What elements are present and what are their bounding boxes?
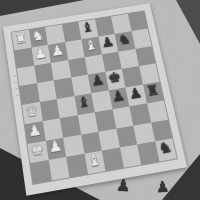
piece-white-pawn: ♟ (47, 138, 63, 155)
piece-black-pawn: ♟ (90, 73, 106, 89)
piece-black-king: ♚ (107, 70, 123, 86)
piece-white-pawn: ♟ (50, 43, 65, 59)
piece-white-rook: ♜ (14, 31, 29, 46)
piece-white-bishop: ♝ (83, 37, 98, 52)
piece-white-knight: ♞ (30, 28, 45, 43)
chess-board: ⌁⌁⌁⌁ ♜♞♝♟♟♝♟♞♟♚♛♝♟♟♜♟♚♟♝♞ (3, 3, 187, 196)
piece-white-king: ♚ (30, 141, 46, 158)
captured-piece-black-pawn: ♟ (116, 178, 131, 195)
piece-white-bishop: ♝ (86, 152, 102, 170)
piece-black-knight: ♞ (117, 32, 133, 47)
piece-black-knight: ♞ (157, 140, 174, 157)
square-h1: ♞ (155, 139, 177, 162)
piece-black-pawn: ♟ (110, 88, 126, 104)
piece-black-bishop: ♝ (80, 20, 95, 35)
piece-black-pawn: ♟ (100, 35, 115, 50)
photo-scene: ⌁⌁⌁⌁ ♜♞♝♟♟♝♟♞♟♚♛♝♟♟♜♟♚♟♝♞ ♟♟ (0, 0, 200, 200)
piece-white-queen: ♛ (24, 103, 40, 120)
piece-white-pawn: ♟ (33, 45, 48, 61)
captured-piece-black-pawn: ♟ (155, 180, 169, 196)
piece-white-pawn: ♟ (27, 122, 43, 139)
piece-black-bishop: ♝ (76, 94, 92, 111)
captured-pieces-tray: ♟♟ (108, 176, 188, 200)
board-grid: ♜♞♝♟♟♝♟♞♟♚♛♝♟♟♜♟♚♟♝♞ (12, 11, 177, 184)
piece-black-pawn: ♟ (128, 85, 144, 101)
piece-black-rook: ♜ (145, 83, 161, 99)
